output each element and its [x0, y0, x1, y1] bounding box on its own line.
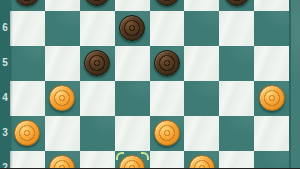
square-h7[interactable]	[254, 0, 289, 11]
gold-piece-b2[interactable]	[49, 155, 75, 168]
square-e5[interactable]	[150, 46, 185, 81]
square-c5[interactable]	[80, 46, 115, 81]
gold-piece-e3[interactable]	[154, 120, 180, 146]
rank-label-3: 3	[0, 128, 10, 138]
gold-piece-a3[interactable]	[14, 120, 40, 146]
square-a7[interactable]	[10, 0, 45, 11]
square-f7[interactable]	[184, 0, 219, 11]
square-f3[interactable]	[184, 116, 219, 151]
gold-piece-f2[interactable]	[189, 155, 215, 168]
square-e2[interactable]	[150, 151, 185, 169]
square-g3[interactable]	[219, 116, 254, 151]
square-a6[interactable]	[10, 11, 45, 46]
square-e7[interactable]	[150, 0, 185, 11]
square-f2[interactable]	[184, 151, 219, 169]
square-g2[interactable]	[219, 151, 254, 169]
square-h2[interactable]	[254, 151, 289, 169]
square-e4[interactable]	[150, 81, 185, 116]
dark-piece-e5[interactable]	[154, 50, 180, 76]
dark-piece-d6[interactable]	[119, 15, 145, 41]
square-d6[interactable]	[115, 11, 150, 46]
rank-label-2: 2	[0, 163, 10, 168]
square-a4[interactable]	[10, 81, 45, 116]
square-c4[interactable]	[80, 81, 115, 116]
dark-piece-c5[interactable]	[84, 50, 110, 76]
game-viewport: 765432	[0, 0, 300, 168]
square-d7[interactable]	[115, 0, 150, 11]
rank-label-5: 5	[0, 58, 10, 68]
square-e3[interactable]	[150, 116, 185, 151]
square-b2[interactable]	[45, 151, 80, 169]
square-f6[interactable]	[184, 11, 219, 46]
square-h6[interactable]	[254, 11, 289, 46]
square-c2[interactable]	[80, 151, 115, 169]
square-b3[interactable]	[45, 116, 80, 151]
dark-piece-a7[interactable]	[14, 0, 40, 6]
square-g7[interactable]	[219, 0, 254, 11]
square-d5[interactable]	[115, 46, 150, 81]
square-g5[interactable]	[219, 46, 254, 81]
square-f5[interactable]	[184, 46, 219, 81]
square-d3[interactable]	[115, 116, 150, 151]
square-e6[interactable]	[150, 11, 185, 46]
square-h5[interactable]	[254, 46, 289, 81]
checkers-board	[10, 0, 291, 168]
square-g6[interactable]	[219, 11, 254, 46]
selection-corner-tr	[141, 152, 149, 160]
square-b7[interactable]	[45, 0, 80, 11]
square-d4[interactable]	[115, 81, 150, 116]
square-b6[interactable]	[45, 11, 80, 46]
dark-piece-e7[interactable]	[154, 0, 180, 6]
square-a3[interactable]	[10, 116, 45, 151]
square-f4[interactable]	[184, 81, 219, 116]
square-b5[interactable]	[45, 46, 80, 81]
square-c6[interactable]	[80, 11, 115, 46]
gold-piece-b4[interactable]	[49, 85, 75, 111]
square-a5[interactable]	[10, 46, 45, 81]
rank-label-rail: 765432	[0, 0, 10, 168]
square-c3[interactable]	[80, 116, 115, 151]
rank-label-4: 4	[0, 93, 10, 103]
square-c7[interactable]	[80, 0, 115, 11]
square-g4[interactable]	[219, 81, 254, 116]
square-h4[interactable]	[254, 81, 289, 116]
dark-piece-g7[interactable]	[224, 0, 250, 6]
square-b4[interactable]	[45, 81, 80, 116]
gold-piece-h4[interactable]	[259, 85, 285, 111]
square-d2[interactable]	[115, 151, 150, 169]
rank-label-6: 6	[0, 23, 10, 33]
square-a2[interactable]	[10, 151, 45, 169]
dark-piece-c7[interactable]	[84, 0, 110, 6]
square-h3[interactable]	[254, 116, 289, 151]
